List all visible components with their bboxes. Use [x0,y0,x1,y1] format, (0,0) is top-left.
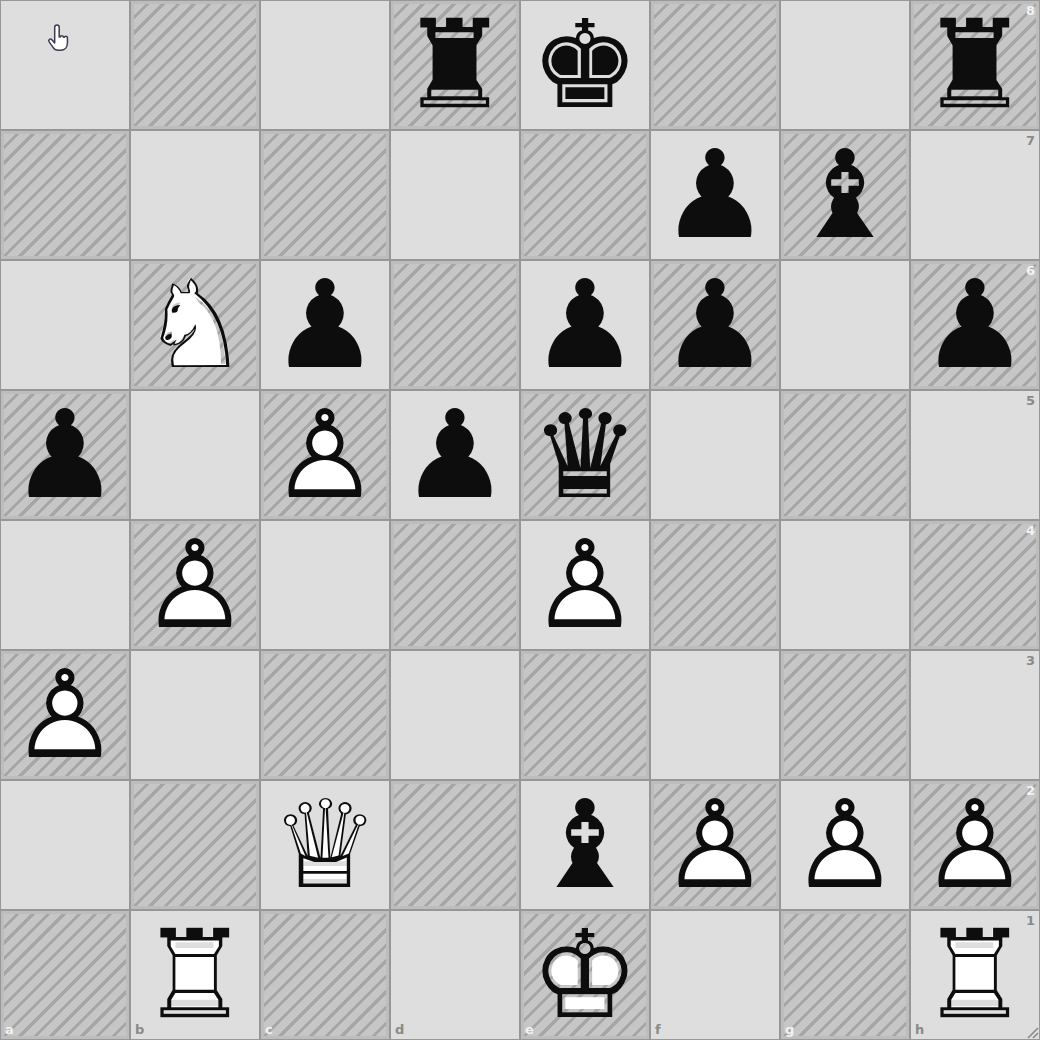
square-h7[interactable]: 7 [910,130,1040,260]
file-label-c: c [265,1023,273,1036]
square-h1[interactable]: ♜♖h1 [910,910,1040,1040]
piece-glyph-outline: ♙ [651,781,779,909]
white-rook[interactable]: ♜♖ [131,911,259,1039]
square-g4[interactable] [780,520,910,650]
square-e6[interactable]: ♟ [520,260,650,390]
square-g7[interactable]: ♝ [780,130,910,260]
piece-glyph-outline: ♖ [911,911,1039,1039]
square-f5[interactable] [650,390,780,520]
square-h3[interactable]: 3 [910,650,1040,780]
square-b8[interactable] [130,0,260,130]
square-b4[interactable]: ♟♙ [130,520,260,650]
square-c2[interactable]: ♛♕ [260,780,390,910]
square-e7[interactable] [520,130,650,260]
square-d1[interactable]: d [390,910,520,1040]
square-a5[interactable]: ♟ [0,390,130,520]
square-f3[interactable] [650,650,780,780]
square-h4[interactable]: 4 [910,520,1040,650]
square-f4[interactable] [650,520,780,650]
rank-label-4: 4 [1026,524,1035,537]
square-a3[interactable]: ♟♙ [0,650,130,780]
rank-label-2: 2 [1026,784,1035,797]
square-h6[interactable]: ♟6 [910,260,1040,390]
piece-glyph: ♟ [521,261,649,389]
square-b1[interactable]: ♜♖b [130,910,260,1040]
square-d4[interactable] [390,520,520,650]
square-b3[interactable] [130,650,260,780]
white-pawn[interactable]: ♟♙ [131,521,259,649]
black-queen[interactable]: ♛ [521,391,649,519]
black-rook[interactable]: ♜ [391,1,519,129]
square-e8[interactable]: ♚ [520,0,650,130]
file-label-a: a [5,1023,14,1036]
piece-glyph-outline: ♕ [261,781,389,909]
square-g5[interactable] [780,390,910,520]
file-label-b: b [135,1023,144,1036]
square-a4[interactable] [0,520,130,650]
piece-glyph: ♟ [261,261,389,389]
file-label-d: d [395,1023,404,1036]
square-d7[interactable] [390,130,520,260]
black-pawn[interactable]: ♟ [651,131,779,259]
square-c1[interactable]: c [260,910,390,1040]
white-pawn[interactable]: ♟♙ [651,781,779,909]
square-c8[interactable] [260,0,390,130]
white-pawn[interactable]: ♟♙ [911,781,1039,909]
black-bishop[interactable]: ♝ [781,131,909,259]
white-pawn[interactable]: ♟♙ [521,521,649,649]
black-pawn[interactable]: ♟ [911,261,1039,389]
rank-label-8: 8 [1026,4,1035,17]
square-e3[interactable] [520,650,650,780]
square-d8[interactable]: ♜ [390,0,520,130]
resize-grip-icon[interactable] [1025,1025,1039,1039]
square-b5[interactable] [130,390,260,520]
square-g8[interactable] [780,0,910,130]
piece-glyph: ♝ [781,131,909,259]
square-c6[interactable]: ♟ [260,260,390,390]
rank-label-5: 5 [1026,394,1035,407]
white-pawn[interactable]: ♟♙ [261,391,389,519]
square-e1[interactable]: ♚♔e [520,910,650,1040]
white-knight[interactable]: ♞♘ [131,261,259,389]
square-g2[interactable]: ♟♙ [780,780,910,910]
square-a6[interactable] [0,260,130,390]
square-c7[interactable] [260,130,390,260]
square-d6[interactable] [390,260,520,390]
square-h2[interactable]: ♟♙2 [910,780,1040,910]
square-f2[interactable]: ♟♙ [650,780,780,910]
cursor-hand-icon [46,24,70,51]
square-h5[interactable]: 5 [910,390,1040,520]
square-g1[interactable]: g [780,910,910,1040]
piece-glyph: ♛ [521,391,649,519]
piece-glyph: ♟ [911,261,1039,389]
square-b7[interactable] [130,130,260,260]
square-g3[interactable] [780,650,910,780]
square-d5[interactable]: ♟ [390,390,520,520]
piece-glyph: ♝ [521,781,649,909]
piece-glyph-outline: ♙ [521,521,649,649]
square-e4[interactable]: ♟♙ [520,520,650,650]
square-c5[interactable]: ♟♙ [260,390,390,520]
piece-glyph: ♜ [911,1,1039,129]
square-d2[interactable] [390,780,520,910]
square-a8[interactable] [0,0,130,130]
rank-label-1: 1 [1026,914,1035,927]
white-rook[interactable]: ♜♖ [911,911,1039,1039]
piece-glyph: ♟ [651,261,779,389]
black-bishop[interactable]: ♝ [521,781,649,909]
piece-glyph-outline: ♖ [131,911,259,1039]
piece-glyph-outline: ♙ [781,781,909,909]
square-g6[interactable] [780,260,910,390]
black-pawn[interactable]: ♟ [521,261,649,389]
square-f1[interactable]: f [650,910,780,1040]
black-pawn[interactable]: ♟ [1,391,129,519]
file-label-h: h [915,1023,924,1036]
square-h8[interactable]: ♜8 [910,0,1040,130]
square-d3[interactable] [390,650,520,780]
piece-glyph: ♟ [1,391,129,519]
square-c4[interactable] [260,520,390,650]
square-a1[interactable]: a [0,910,130,1040]
white-pawn[interactable]: ♟♙ [1,651,129,779]
piece-glyph-outline: ♘ [131,261,259,389]
square-e2[interactable]: ♝ [520,780,650,910]
piece-glyph: ♟ [651,131,779,259]
square-e5[interactable]: ♛ [520,390,650,520]
black-rook[interactable]: ♜ [911,1,1039,129]
rank-label-6: 6 [1026,264,1035,277]
file-label-e: e [525,1023,534,1036]
black-pawn[interactable]: ♟ [651,261,779,389]
square-b2[interactable] [130,780,260,910]
piece-glyph-outline: ♙ [911,781,1039,909]
black-pawn[interactable]: ♟ [391,391,519,519]
white-king[interactable]: ♚♔ [521,911,649,1039]
file-label-f: f [655,1023,661,1036]
rank-label-3: 3 [1026,654,1035,667]
chess-board: ♜♚♜8♟♝7♞♘♟♟♟♟6♟♟♙♟♛5♟♙♟♙4♟♙3♛♕♝♟♙♟♙♟♙2a♜… [0,0,1040,1040]
file-label-g: g [785,1023,794,1036]
square-a7[interactable] [0,130,130,260]
square-f6[interactable]: ♟ [650,260,780,390]
rank-label-7: 7 [1026,134,1035,147]
black-pawn[interactable]: ♟ [261,261,389,389]
square-b6[interactable]: ♞♘ [130,260,260,390]
piece-glyph: ♟ [391,391,519,519]
piece-glyph-outline: ♙ [261,391,389,519]
square-a2[interactable] [0,780,130,910]
piece-glyph-outline: ♔ [521,911,649,1039]
white-queen[interactable]: ♛♕ [261,781,389,909]
white-pawn[interactable]: ♟♙ [781,781,909,909]
piece-glyph: ♚ [521,1,649,129]
square-f7[interactable]: ♟ [650,130,780,260]
piece-glyph: ♜ [391,1,519,129]
black-king[interactable]: ♚ [521,1,649,129]
square-c3[interactable] [260,650,390,780]
piece-glyph-outline: ♙ [1,651,129,779]
square-f8[interactable] [650,0,780,130]
piece-glyph-outline: ♙ [131,521,259,649]
